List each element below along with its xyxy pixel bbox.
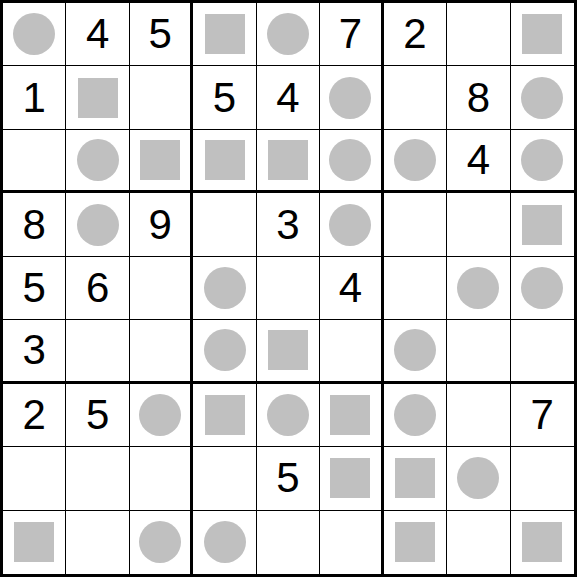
given-digit: 5 <box>276 457 299 499</box>
cell-r4c4[interactable] <box>193 193 256 256</box>
cell-r7c3[interactable] <box>130 384 193 447</box>
even-square-marker <box>14 522 54 562</box>
cell-r2c3[interactable] <box>130 66 193 129</box>
cell-r4c2[interactable] <box>66 193 129 256</box>
cell-r4c3[interactable]: 9 <box>130 193 193 256</box>
cell-r2c4[interactable]: 5 <box>193 66 256 129</box>
given-digit: 4 <box>276 77 299 119</box>
cell-r6c1[interactable]: 3 <box>3 320 66 383</box>
cell-r9c2[interactable] <box>66 511 129 574</box>
given-digit: 4 <box>86 13 109 55</box>
given-digit: 1 <box>23 77 46 119</box>
cell-r9c4[interactable] <box>193 511 256 574</box>
odd-circle-marker <box>77 204 119 246</box>
cell-r4c9[interactable] <box>511 193 574 256</box>
cell-r1c3[interactable]: 5 <box>130 3 193 66</box>
cell-r1c8[interactable] <box>447 3 510 66</box>
even-square-marker <box>522 522 562 562</box>
cell-r4c1[interactable]: 8 <box>3 193 66 256</box>
cell-r1c6[interactable]: 7 <box>320 3 383 66</box>
cell-r8c8[interactable] <box>447 447 510 510</box>
cell-r8c5[interactable]: 5 <box>257 447 320 510</box>
given-digit: 8 <box>23 204 46 246</box>
cell-r8c2[interactable] <box>66 447 129 510</box>
cell-r7c8[interactable] <box>447 384 510 447</box>
cell-r3c1[interactable] <box>3 130 66 193</box>
cell-r4c6[interactable] <box>320 193 383 256</box>
cell-r3c7[interactable] <box>384 130 447 193</box>
cell-r6c2[interactable] <box>66 320 129 383</box>
odd-circle-marker <box>204 521 246 563</box>
given-digit: 5 <box>86 394 109 436</box>
cell-r6c6[interactable] <box>320 320 383 383</box>
cell-r2c7[interactable] <box>384 66 447 129</box>
cell-r3c3[interactable] <box>130 130 193 193</box>
cell-r7c6[interactable] <box>320 384 383 447</box>
even-square-marker <box>205 395 245 435</box>
cell-r3c2[interactable] <box>66 130 129 193</box>
cell-r5c6[interactable]: 4 <box>320 257 383 320</box>
cell-r7c5[interactable] <box>257 384 320 447</box>
cell-r2c8[interactable]: 8 <box>447 66 510 129</box>
cell-r4c5[interactable]: 3 <box>257 193 320 256</box>
cell-r9c7[interactable] <box>384 511 447 574</box>
cell-r4c7[interactable] <box>384 193 447 256</box>
given-digit: 8 <box>467 77 490 119</box>
sudoku-puzzle: 45721548489356432575 <box>0 0 577 577</box>
odd-circle-marker <box>394 394 436 436</box>
even-square-marker <box>522 14 562 54</box>
cell-r6c8[interactable] <box>447 320 510 383</box>
even-square-marker <box>330 458 370 498</box>
given-digit: 9 <box>148 204 171 246</box>
even-square-marker <box>140 140 180 180</box>
even-square-marker <box>268 330 308 370</box>
cell-r2c1[interactable]: 1 <box>3 66 66 129</box>
cell-r6c5[interactable] <box>257 320 320 383</box>
cell-r9c6[interactable] <box>320 511 383 574</box>
cell-r3c8[interactable]: 4 <box>447 130 510 193</box>
cell-r9c5[interactable] <box>257 511 320 574</box>
odd-circle-marker <box>139 394 181 436</box>
cell-r5c8[interactable] <box>447 257 510 320</box>
even-square-marker <box>395 522 435 562</box>
odd-circle-marker <box>394 139 436 181</box>
cell-r6c9[interactable] <box>511 320 574 383</box>
cell-r8c7[interactable] <box>384 447 447 510</box>
cell-r5c1[interactable]: 5 <box>3 257 66 320</box>
odd-circle-marker <box>457 457 499 499</box>
cell-r7c1[interactable]: 2 <box>3 384 66 447</box>
cell-r3c9[interactable] <box>511 130 574 193</box>
even-square-marker <box>205 140 245 180</box>
cell-r2c9[interactable] <box>511 66 574 129</box>
cell-r8c3[interactable] <box>130 447 193 510</box>
even-square-marker <box>522 205 562 245</box>
given-digit: 3 <box>276 204 299 246</box>
cell-r6c7[interactable] <box>384 320 447 383</box>
even-square-marker <box>78 78 118 118</box>
odd-circle-marker <box>521 77 563 119</box>
cell-r1c4[interactable] <box>193 3 256 66</box>
given-digit: 5 <box>23 267 46 309</box>
given-digit: 5 <box>213 77 236 119</box>
cell-r5c5[interactable] <box>257 257 320 320</box>
cell-r9c1[interactable] <box>3 511 66 574</box>
odd-circle-marker <box>329 77 371 119</box>
cell-r6c3[interactable] <box>130 320 193 383</box>
cell-r9c9[interactable] <box>511 511 574 574</box>
cell-r3c5[interactable] <box>257 130 320 193</box>
given-digit: 2 <box>23 394 46 436</box>
cell-r5c3[interactable] <box>130 257 193 320</box>
cell-r1c2[interactable]: 4 <box>66 3 129 66</box>
cell-r7c2[interactable]: 5 <box>66 384 129 447</box>
cell-r3c4[interactable] <box>193 130 256 193</box>
cell-r8c1[interactable] <box>3 447 66 510</box>
cell-r7c9[interactable]: 7 <box>511 384 574 447</box>
cell-r1c9[interactable] <box>511 3 574 66</box>
odd-circle-marker <box>457 267 499 309</box>
even-square-marker <box>205 14 245 54</box>
even-square-marker <box>268 140 308 180</box>
sudoku-board: 45721548489356432575 <box>0 0 577 577</box>
cell-r2c6[interactable] <box>320 66 383 129</box>
cell-r9c8[interactable] <box>447 511 510 574</box>
odd-circle-marker <box>77 139 119 181</box>
given-digit: 6 <box>86 267 109 309</box>
odd-circle-marker <box>521 267 563 309</box>
cell-r5c2[interactable]: 6 <box>66 257 129 320</box>
cell-r7c7[interactable] <box>384 384 447 447</box>
cell-r8c6[interactable] <box>320 447 383 510</box>
odd-circle-marker <box>139 521 181 563</box>
cell-r1c5[interactable] <box>257 3 320 66</box>
cell-r8c4[interactable] <box>193 447 256 510</box>
odd-circle-marker <box>329 204 371 246</box>
odd-circle-marker <box>204 329 246 371</box>
cell-r7c4[interactable] <box>193 384 256 447</box>
given-digit: 7 <box>339 13 362 55</box>
odd-circle-marker <box>267 13 309 55</box>
odd-circle-marker <box>13 13 55 55</box>
cell-r4c8[interactable] <box>447 193 510 256</box>
cell-r6c4[interactable] <box>193 320 256 383</box>
odd-circle-marker <box>394 329 436 371</box>
given-digit: 2 <box>403 13 426 55</box>
given-digit: 4 <box>339 267 362 309</box>
odd-circle-marker <box>521 139 563 181</box>
even-square-marker <box>330 395 370 435</box>
odd-circle-marker <box>204 267 246 309</box>
cell-r2c5[interactable]: 4 <box>257 66 320 129</box>
cell-r2c2[interactable] <box>66 66 129 129</box>
cell-r5c4[interactable] <box>193 257 256 320</box>
cell-r1c7[interactable]: 2 <box>384 3 447 66</box>
cell-r8c9[interactable] <box>511 447 574 510</box>
given-digit: 5 <box>148 13 171 55</box>
given-digit: 7 <box>531 394 554 436</box>
odd-circle-marker <box>329 139 371 181</box>
cell-r3c6[interactable] <box>320 130 383 193</box>
cell-r5c9[interactable] <box>511 257 574 320</box>
cell-r9c3[interactable] <box>130 511 193 574</box>
even-square-marker <box>395 458 435 498</box>
cell-r1c1[interactable] <box>3 3 66 66</box>
cell-r5c7[interactable] <box>384 257 447 320</box>
given-digit: 4 <box>467 139 490 181</box>
odd-circle-marker <box>267 394 309 436</box>
given-digit: 3 <box>23 329 46 371</box>
